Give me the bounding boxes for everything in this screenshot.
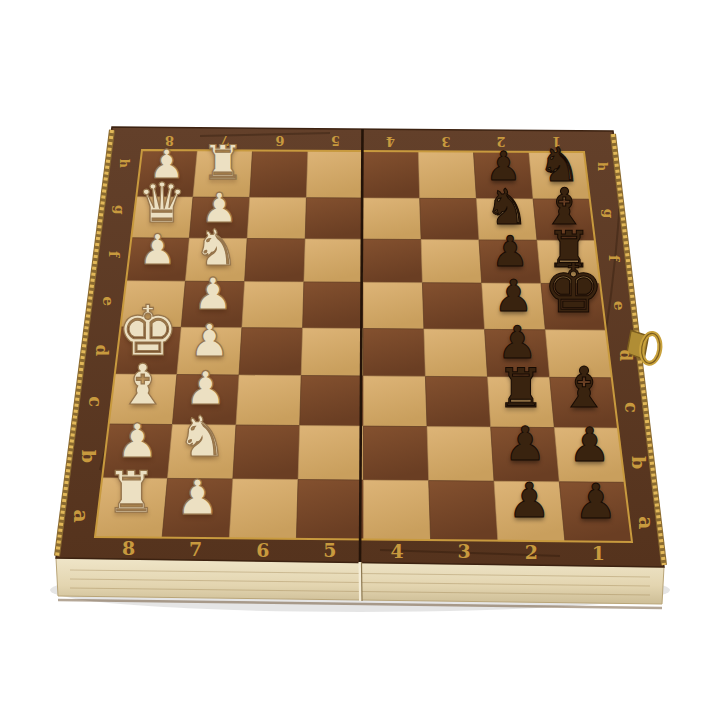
piece-white-knight-b7[interactable]: ♞ bbox=[177, 409, 227, 465]
square-h3[interactable] bbox=[418, 151, 476, 198]
piece-white-pawn-f8[interactable]: ♟ bbox=[139, 229, 177, 271]
square-e6[interactable] bbox=[242, 282, 304, 329]
coord-right-a: a bbox=[634, 516, 658, 529]
square-e4[interactable] bbox=[363, 282, 424, 329]
fold-seam-edge-shade bbox=[362, 562, 363, 601]
piece-black-knight-g2[interactable]: ♞ bbox=[485, 183, 529, 232]
piece-white-knight-f7[interactable]: ♞ bbox=[194, 223, 239, 273]
piece-black-pawn-e2[interactable]: ♟ bbox=[494, 274, 533, 318]
coord-left-b: b bbox=[78, 450, 100, 463]
coord-right-d: d bbox=[616, 350, 636, 362]
square-a5[interactable] bbox=[296, 480, 363, 540]
piece-black-pawn-b2[interactable]: ♟ bbox=[504, 420, 546, 467]
coord-bottom-8: 8 bbox=[122, 537, 135, 559]
square-b6[interactable] bbox=[233, 425, 300, 480]
piece-black-pawn-a1[interactable]: ♟ bbox=[574, 476, 617, 524]
piece-black-bishop-c1[interactable]: ♝ bbox=[559, 360, 609, 416]
square-c4[interactable] bbox=[363, 376, 427, 427]
square-e5[interactable] bbox=[303, 282, 364, 329]
square-f4[interactable] bbox=[363, 239, 422, 283]
square-c5[interactable] bbox=[300, 376, 364, 427]
coord-left-g: g bbox=[112, 205, 128, 215]
coord-bottom-4: 4 bbox=[390, 540, 403, 562]
coord-bottom-2: 2 bbox=[525, 541, 538, 563]
coord-left-e: e bbox=[99, 296, 118, 306]
square-h6[interactable] bbox=[250, 151, 308, 198]
square-b5[interactable] bbox=[298, 426, 363, 481]
coord-bottom-7: 7 bbox=[189, 538, 202, 560]
piece-white-pawn-b8[interactable]: ♟ bbox=[116, 416, 158, 463]
coord-top-4: 4 bbox=[386, 134, 395, 149]
piece-white-rook-h7[interactable]: ♜ bbox=[202, 139, 244, 186]
piece-white-pawn-a7[interactable]: ♟ bbox=[176, 473, 219, 521]
coord-bottom-3: 3 bbox=[458, 540, 471, 562]
square-g4[interactable] bbox=[363, 198, 421, 240]
square-f6[interactable] bbox=[245, 239, 306, 282]
coord-left-h: h bbox=[117, 159, 132, 168]
fold-seam-edge bbox=[360, 562, 361, 601]
coord-right-e: e bbox=[610, 301, 629, 311]
square-c3[interactable] bbox=[425, 376, 490, 427]
piece-black-pawn-a2[interactable]: ♟ bbox=[508, 476, 551, 524]
piece-white-bishop-c8[interactable]: ♝ bbox=[118, 357, 168, 413]
square-b3[interactable] bbox=[427, 427, 494, 482]
square-g5[interactable] bbox=[305, 198, 363, 240]
square-f3[interactable] bbox=[421, 240, 482, 284]
piece-black-pawn-f2[interactable]: ♟ bbox=[491, 231, 529, 273]
piece-black-rook-c2[interactable]: ♜ bbox=[497, 362, 545, 416]
coord-bottom-1: 1 bbox=[592, 542, 605, 564]
coord-left-d: d bbox=[92, 345, 112, 357]
square-b4[interactable] bbox=[363, 426, 428, 481]
piece-white-queen-g8[interactable]: ♛ bbox=[137, 176, 186, 231]
square-g6[interactable] bbox=[247, 197, 306, 239]
square-a4[interactable] bbox=[363, 480, 430, 540]
coord-right-c: c bbox=[621, 402, 642, 413]
square-e3[interactable] bbox=[422, 283, 484, 330]
chess-board[interactable]: hhggffeeddccbbaa8877665544332211 bbox=[0, 0, 720, 720]
coord-top-6: 6 bbox=[276, 133, 285, 148]
square-h5[interactable] bbox=[306, 151, 363, 198]
square-d4[interactable] bbox=[363, 329, 425, 377]
chess-product-photo: hhggffeeddccbbaa8877665544332211 ♟♜♟♞♛♟♞… bbox=[0, 0, 720, 720]
square-a3[interactable] bbox=[429, 481, 498, 541]
coord-left-c: c bbox=[85, 396, 106, 407]
coord-right-b: b bbox=[628, 456, 650, 469]
square-d6[interactable] bbox=[239, 328, 303, 376]
square-d5[interactable] bbox=[301, 328, 363, 376]
piece-white-pawn-d7[interactable]: ♟ bbox=[189, 318, 229, 363]
coord-left-a: a bbox=[69, 510, 93, 523]
coord-bottom-6: 6 bbox=[256, 539, 269, 561]
coord-right-h: h bbox=[595, 162, 610, 171]
coord-right-g: g bbox=[601, 209, 617, 219]
piece-white-pawn-e7[interactable]: ♟ bbox=[193, 272, 232, 316]
square-c6[interactable] bbox=[236, 375, 301, 426]
piece-black-pawn-b1[interactable]: ♟ bbox=[569, 420, 611, 467]
square-h4[interactable] bbox=[363, 151, 420, 198]
coord-top-3: 3 bbox=[441, 134, 450, 149]
square-d3[interactable] bbox=[424, 329, 488, 377]
square-a6[interactable] bbox=[229, 479, 298, 539]
piece-black-king-e1[interactable]: ♚ bbox=[543, 254, 604, 322]
square-g3[interactable] bbox=[420, 198, 479, 240]
square-f5[interactable] bbox=[304, 239, 363, 282]
coord-bottom-5: 5 bbox=[323, 539, 336, 561]
coord-top-5: 5 bbox=[331, 133, 340, 148]
piece-white-rook-a8[interactable]: ♜ bbox=[106, 464, 157, 521]
